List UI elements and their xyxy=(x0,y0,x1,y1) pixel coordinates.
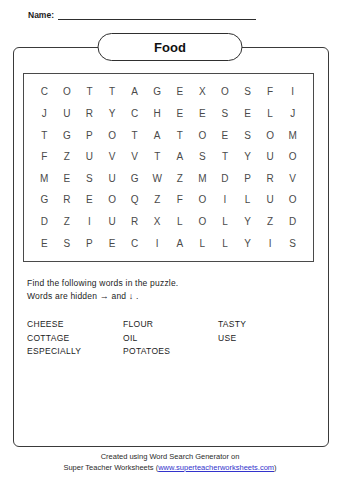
grid-cell-r5c8: M xyxy=(191,168,214,190)
grid-cell-r2c11: L xyxy=(259,103,282,125)
grid-cell-r4c8: S xyxy=(191,146,214,168)
grid-cell-r8c2: S xyxy=(56,232,79,254)
word-list-item: ESPECIALLY xyxy=(27,345,123,359)
grid-cell-r3c8: O xyxy=(191,124,214,146)
grid-cell-r4c2: Z xyxy=(56,146,79,168)
word-list-item: POTATOES xyxy=(123,345,218,359)
grid-cell-r5c11: R xyxy=(259,168,282,190)
grid-cell-r7c5: R xyxy=(123,211,146,233)
word-list-item: CHEESE xyxy=(27,318,123,332)
word-list-column-2: FLOUROILPOTATOES xyxy=(123,318,218,359)
grid-cell-r6c10: L xyxy=(236,189,259,211)
grid-cell-r4c4: V xyxy=(101,146,124,168)
grid-cell-r5c5: G xyxy=(123,168,146,190)
grid-cell-r8c12: S xyxy=(281,232,304,254)
grid-cell-r3c11: O xyxy=(259,124,282,146)
grid-cell-r3c4: O xyxy=(101,124,124,146)
grid-cell-r1c5: A xyxy=(123,81,146,103)
grid-cell-r3c6: A xyxy=(146,124,169,146)
page-title: Food xyxy=(154,40,186,55)
grid-cell-r1c4: T xyxy=(101,81,124,103)
grid-cell-r7c12: D xyxy=(281,211,304,233)
grid-cell-r8c6: I xyxy=(146,232,169,254)
grid-cell-r8c1: E xyxy=(33,232,56,254)
grid-cell-r2c12: J xyxy=(281,103,304,125)
word-list-item: OIL xyxy=(123,332,218,346)
grid-cell-r8c5: C xyxy=(123,232,146,254)
grid-cell-r2c5: C xyxy=(123,103,146,125)
grid-cell-r6c6: Z xyxy=(146,189,169,211)
grid-cell-r4c9: T xyxy=(214,146,237,168)
grid-cell-r5c9: D xyxy=(214,168,237,190)
grid-cell-r2c2: U xyxy=(56,103,79,125)
grid-cell-r3c10: S xyxy=(236,124,259,146)
name-blank-line xyxy=(58,10,256,20)
footer-credit: Created using Word Search Generator on S… xyxy=(0,452,340,473)
grid-cell-r8c7: A xyxy=(169,232,192,254)
grid-cell-r1c10: S xyxy=(236,81,259,103)
grid-cell-r7c9: L xyxy=(214,211,237,233)
grid-cell-r1c1: C xyxy=(33,81,56,103)
grid-cell-r1c7: E xyxy=(169,81,192,103)
word-list-item: FLOUR xyxy=(123,318,218,332)
grid-cell-r2c4: Y xyxy=(101,103,124,125)
grid-cell-r5c3: S xyxy=(78,168,101,190)
grid-cell-r8c11: I xyxy=(259,232,282,254)
grid-cell-r5c7: Z xyxy=(169,168,192,190)
grid-cell-r2c10: E xyxy=(236,103,259,125)
grid-cell-r1c6: G xyxy=(146,81,169,103)
grid-cell-r6c7: F xyxy=(169,189,192,211)
worksheet-page: Name: Food COTTAGEXOSFIJURYCHEESELJTGPOT… xyxy=(0,0,340,480)
grid-cell-r7c1: D xyxy=(33,211,56,233)
grid-cell-r1c8: X xyxy=(191,81,214,103)
footer-line-1: Created using Word Search Generator on xyxy=(0,452,340,463)
grid-cell-r6c8: O xyxy=(191,189,214,211)
grid-cell-r6c5: Q xyxy=(123,189,146,211)
grid-cell-r1c2: O xyxy=(56,81,79,103)
word-list: CHEESECOTTAGEESPECIALLYFLOUROILPOTATOEST… xyxy=(27,318,246,359)
grid-cell-r2c6: H xyxy=(146,103,169,125)
grid-cell-r3c1: T xyxy=(33,124,56,146)
word-list-item: USE xyxy=(218,332,246,346)
grid-cell-r5c1: M xyxy=(33,168,56,190)
grid-cell-r2c8: E xyxy=(191,103,214,125)
grid-cell-r7c10: Y xyxy=(236,211,259,233)
super-teacher-worksheets-link[interactable]: www.superteacherworksheets.com xyxy=(158,463,274,472)
grid-cell-r4c10: Y xyxy=(236,146,259,168)
grid-cell-r1c11: F xyxy=(259,81,282,103)
title-pill: Food xyxy=(98,33,243,61)
grid-cell-r3c9: E xyxy=(214,124,237,146)
word-list-item: TASTY xyxy=(218,318,246,332)
grid-cell-r2c1: J xyxy=(33,103,56,125)
grid-cell-r6c11: U xyxy=(259,189,282,211)
grid-cell-r6c12: O xyxy=(281,189,304,211)
word-list-column-1: CHEESECOTTAGEESPECIALLY xyxy=(27,318,123,359)
grid-cell-r7c4: U xyxy=(101,211,124,233)
grid-cell-r7c8: O xyxy=(191,211,214,233)
grid-cell-r1c3: T xyxy=(78,81,101,103)
grid-cell-r7c11: Z xyxy=(259,211,282,233)
grid-cell-r8c9: L xyxy=(214,232,237,254)
grid-cell-r5c10: P xyxy=(236,168,259,190)
grid-cell-r3c7: T xyxy=(169,124,192,146)
grid-cell-r1c9: O xyxy=(214,81,237,103)
grid-cell-r7c6: X xyxy=(146,211,169,233)
name-row: Name: xyxy=(28,10,256,20)
grid-cell-r5c2: E xyxy=(56,168,79,190)
grid-cell-r7c3: I xyxy=(78,211,101,233)
grid-cell-r4c5: V xyxy=(123,146,146,168)
grid-cell-r2c9: S xyxy=(214,103,237,125)
grid-cell-r1c12: I xyxy=(281,81,304,103)
instructions: Find the following words in the puzzle. … xyxy=(27,277,178,303)
right-arrow-icon: → xyxy=(100,291,109,301)
word-list-item: COTTAGE xyxy=(27,332,123,346)
grid-cell-r5c12: V xyxy=(281,168,304,190)
grid-cell-r6c9: I xyxy=(214,189,237,211)
grid-cell-r8c4: E xyxy=(101,232,124,254)
grid-cell-r6c1: G xyxy=(33,189,56,211)
grid-cell-r5c4: U xyxy=(101,168,124,190)
grid-cell-r2c7: E xyxy=(169,103,192,125)
grid-cell-r4c6: T xyxy=(146,146,169,168)
instructions-line-1: Find the following words in the puzzle. xyxy=(27,277,178,290)
grid-cell-r3c5: T xyxy=(123,124,146,146)
grid-cell-r7c7: L xyxy=(169,211,192,233)
name-label: Name: xyxy=(28,10,54,20)
grid-cell-r7c2: Z xyxy=(56,211,79,233)
grid-cell-r6c2: R xyxy=(56,189,79,211)
grid-cell-r8c3: P xyxy=(78,232,101,254)
grid-cell-r4c3: U xyxy=(78,146,101,168)
word-search-grid: COTTAGEXOSFIJURYCHEESELJTGPOTATOESOMFZUV… xyxy=(23,73,314,262)
grid-cell-r4c12: O xyxy=(281,146,304,168)
instructions-line-2: Words are hidden → and ↓ . xyxy=(27,290,178,303)
grid-cell-r8c8: L xyxy=(191,232,214,254)
grid-cell-r6c3: E xyxy=(78,189,101,211)
grid-cell-r8c10: Y xyxy=(236,232,259,254)
grid-cell-r2c3: R xyxy=(78,103,101,125)
grid-cell-r3c3: P xyxy=(78,124,101,146)
grid-cell-r4c1: F xyxy=(33,146,56,168)
grid-cell-r5c6: W xyxy=(146,168,169,190)
word-list-column-3: TASTYUSE xyxy=(218,318,246,359)
grid-cell-r4c11: U xyxy=(259,146,282,168)
grid-cell-r3c2: G xyxy=(56,124,79,146)
grid-cell-r4c7: A xyxy=(169,146,192,168)
grid-cell-r3c12: M xyxy=(281,124,304,146)
grid-cell-r6c4: O xyxy=(101,189,124,211)
footer-line-2: Super Teacher Worksheets (www.superteach… xyxy=(0,463,340,474)
